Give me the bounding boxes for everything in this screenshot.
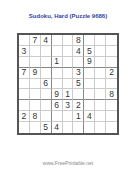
sudoku-cell-r4c2: 9 (30, 68, 41, 79)
sudoku-cell-r6c5: 1 (63, 89, 74, 100)
sudoku-cell-r4c8 (95, 68, 106, 79)
sudoku-cell-r7c2 (30, 100, 41, 111)
sudoku-cell-r3c9 (106, 57, 117, 68)
sudoku-cell-r1c2: 7 (30, 35, 41, 46)
sudoku-cell-r8c4 (52, 111, 63, 122)
sudoku-cell-r4c1: 7 (19, 68, 30, 79)
sudoku-cell-r2c7: 5 (84, 46, 95, 57)
sudoku-cell-r4c6: 3 (73, 68, 84, 79)
sudoku-cell-r9c1 (19, 122, 30, 133)
sudoku-cell-r6c4: 9 (52, 89, 63, 100)
sudoku-cell-r3c4: 1 (52, 57, 63, 68)
sudoku-cell-r6c7 (84, 89, 95, 100)
sudoku-cell-r2c9 (106, 46, 117, 57)
sudoku-cell-r1c6: 8 (73, 35, 84, 46)
sudoku-cell-r5c1 (19, 79, 30, 90)
sudoku-cell-r5c9 (106, 79, 117, 90)
sudoku-cell-r3c2 (30, 57, 41, 68)
sudoku-cell-r5c8 (95, 79, 106, 90)
sudoku-cell-r5c2 (30, 79, 41, 90)
sudoku-cell-r1c5 (63, 35, 74, 46)
sudoku-cell-r9c5 (63, 122, 74, 133)
sudoku-cell-r9c9 (106, 122, 117, 133)
sudoku-cell-r3c1 (19, 57, 30, 68)
sudoku-cell-r6c6 (73, 89, 84, 100)
sudoku-cell-r2c1: 3 (19, 46, 30, 57)
sudoku-cell-r6c2 (30, 89, 41, 100)
sudoku-cell-r8c5 (63, 111, 74, 122)
sudoku-cell-r8c1: 2 (19, 111, 30, 122)
puzzle-title: Sudoku, Hard (Puzzle 9686) (0, 12, 136, 20)
sudoku-cell-r6c9: 8 (106, 89, 117, 100)
sudoku-cell-r3c3 (41, 57, 52, 68)
sudoku-cell-r4c5 (63, 68, 74, 79)
sudoku-cell-r4c9: 2 (106, 68, 117, 79)
sudoku-cell-r7c5: 3 (63, 100, 74, 111)
sudoku-cell-r6c1 (19, 89, 30, 100)
sudoku-cell-r6c8 (95, 89, 106, 100)
sudoku-cell-r4c4 (52, 68, 63, 79)
sudoku-cell-r9c6 (73, 122, 84, 133)
footer-url: www.FreePrintable.net (0, 160, 136, 167)
sudoku-cell-r8c6: 1 (73, 111, 84, 122)
sudoku-cell-r1c8 (95, 35, 106, 46)
sudoku-cell-r2c2 (30, 46, 41, 57)
sudoku-cell-r5c5 (63, 79, 74, 90)
sudoku-cell-r8c3 (41, 111, 52, 122)
sudoku-cell-r7c9 (106, 100, 117, 111)
sudoku-cell-r2c3 (41, 46, 52, 57)
sudoku-cell-r4c3 (41, 68, 52, 79)
sudoku-cell-r1c4 (52, 35, 63, 46)
sudoku-cell-r2c5 (63, 46, 74, 57)
sudoku-cell-r3c6 (73, 57, 84, 68)
sudoku-cell-r5c6: 5 (73, 79, 84, 90)
sudoku-cell-r2c4 (52, 46, 63, 57)
sudoku-cell-r9c4: 4 (52, 122, 63, 133)
sudoku-cell-r7c8 (95, 100, 106, 111)
sudoku-cell-r1c1 (19, 35, 30, 46)
sudoku-cell-r9c3: 5 (41, 122, 52, 133)
sudoku-cell-r8c9 (106, 111, 117, 122)
sudoku-cell-r4c7 (84, 68, 95, 79)
sudoku-cell-r1c7 (84, 35, 95, 46)
sudoku-cell-r9c7 (84, 122, 95, 133)
sudoku-cell-r7c6: 2 (73, 100, 84, 111)
sudoku-cell-r7c4: 6 (52, 100, 63, 111)
sudoku-board: 74834519793265918632281454 (17, 33, 119, 135)
sudoku-cell-r1c3: 4 (41, 35, 52, 46)
sudoku-cell-r3c8 (95, 57, 106, 68)
sudoku-cell-r8c7: 4 (84, 111, 95, 122)
sudoku-cell-r7c3 (41, 100, 52, 111)
sudoku-cell-r3c7: 9 (84, 57, 95, 68)
sudoku-cell-r1c9 (106, 35, 117, 46)
sudoku-cell-r2c6: 4 (73, 46, 84, 57)
sudoku-cell-r7c1 (19, 100, 30, 111)
sudoku-cell-r5c3: 6 (41, 79, 52, 90)
sudoku-cell-r3c5 (63, 57, 74, 68)
sudoku-cell-r9c2 (30, 122, 41, 133)
sudoku-cell-r6c3 (41, 89, 52, 100)
sudoku-cell-r8c8 (95, 111, 106, 122)
sudoku-cell-r5c7 (84, 79, 95, 90)
sudoku-cell-r8c2: 8 (30, 111, 41, 122)
sudoku-cell-r9c8 (95, 122, 106, 133)
sudoku-cell-r5c4 (52, 79, 63, 90)
sudoku-cell-r7c7 (84, 100, 95, 111)
sudoku-cell-r2c8 (95, 46, 106, 57)
